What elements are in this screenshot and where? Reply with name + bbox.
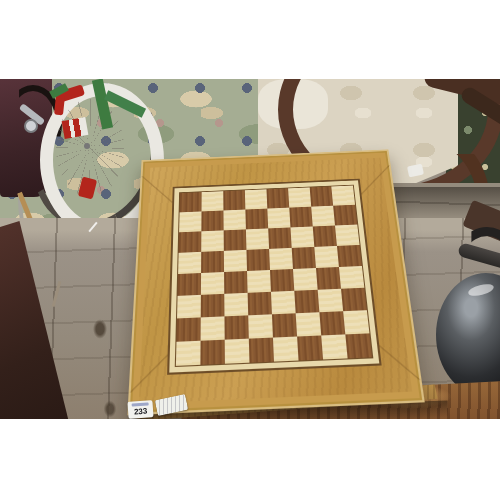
board-square bbox=[180, 192, 202, 212]
bicycle-hub bbox=[84, 143, 90, 149]
board-square bbox=[343, 310, 369, 334]
board-square bbox=[223, 190, 245, 210]
board-square bbox=[224, 271, 248, 294]
board-square bbox=[201, 316, 225, 340]
board-square bbox=[179, 211, 201, 232]
lot-sticker: 233 bbox=[127, 400, 153, 419]
board-square bbox=[248, 314, 273, 338]
board-square bbox=[319, 311, 345, 335]
frame-mitre-joint bbox=[375, 342, 420, 380]
chess-table bbox=[127, 149, 424, 415]
board-square bbox=[266, 188, 289, 208]
board-square bbox=[247, 270, 271, 293]
board-square bbox=[331, 186, 355, 206]
frame-mitre-joint bbox=[142, 176, 176, 205]
board-square bbox=[267, 208, 290, 229]
board-square bbox=[333, 205, 357, 226]
bicycle-pedal-hub bbox=[24, 119, 38, 133]
board-square bbox=[176, 317, 200, 341]
board-square bbox=[335, 225, 360, 246]
board-square bbox=[313, 225, 337, 246]
board-square bbox=[292, 247, 316, 269]
board-square bbox=[202, 191, 224, 211]
board-square bbox=[248, 292, 272, 316]
board-square bbox=[296, 312, 322, 336]
board-square bbox=[224, 315, 248, 339]
board-square bbox=[224, 229, 247, 250]
frame-mitre-joint bbox=[358, 165, 389, 197]
board-square bbox=[179, 231, 202, 253]
board-square bbox=[297, 335, 323, 360]
board-square bbox=[245, 189, 267, 209]
board-square bbox=[310, 186, 333, 206]
board-square bbox=[176, 341, 201, 366]
board-square bbox=[178, 252, 201, 274]
board-square bbox=[249, 338, 274, 363]
board-square bbox=[290, 226, 314, 247]
board-square bbox=[288, 187, 311, 207]
board-square bbox=[341, 288, 367, 311]
board-square bbox=[345, 333, 372, 358]
board-square bbox=[314, 246, 339, 268]
frame-mitre-joint bbox=[130, 351, 172, 393]
board-square bbox=[178, 273, 202, 296]
board-square bbox=[201, 294, 225, 318]
chessboard bbox=[176, 186, 372, 366]
board-square bbox=[225, 339, 250, 364]
board-square bbox=[270, 269, 294, 292]
board-square bbox=[201, 210, 223, 231]
board-square bbox=[271, 291, 296, 315]
board-maple-border bbox=[167, 179, 382, 375]
board-square bbox=[245, 209, 268, 230]
board-square bbox=[201, 251, 224, 273]
board-square bbox=[246, 228, 269, 249]
board-square bbox=[201, 272, 224, 295]
board-square bbox=[293, 268, 318, 291]
board-square bbox=[294, 290, 319, 314]
board-square bbox=[223, 210, 245, 231]
auction-photo: 233 bbox=[0, 79, 500, 419]
board-square bbox=[201, 230, 224, 251]
board-square bbox=[272, 313, 297, 337]
board-square bbox=[268, 227, 292, 248]
board-square bbox=[224, 250, 247, 272]
chess-table-oak-frame bbox=[127, 149, 424, 415]
board-square bbox=[318, 289, 343, 312]
board-square bbox=[289, 207, 312, 228]
lot-number: 233 bbox=[134, 407, 148, 417]
board-square bbox=[311, 206, 335, 227]
board-square bbox=[269, 248, 293, 270]
board-square bbox=[339, 266, 364, 289]
page-canvas: 233 bbox=[0, 0, 500, 500]
board-square bbox=[337, 245, 362, 267]
board-square bbox=[200, 340, 225, 365]
board-square bbox=[321, 334, 347, 359]
board-square bbox=[316, 267, 341, 290]
board-square bbox=[246, 249, 270, 271]
board-square bbox=[224, 293, 248, 317]
board-square bbox=[177, 295, 201, 319]
board-square bbox=[273, 337, 299, 362]
